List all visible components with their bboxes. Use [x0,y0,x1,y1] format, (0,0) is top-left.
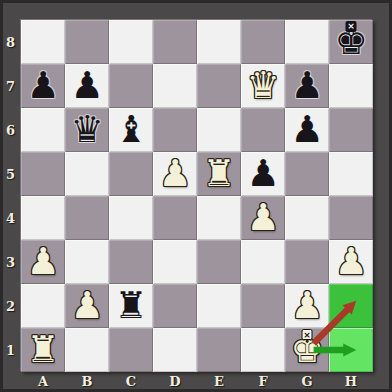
black-rook[interactable]: ♜ [109,284,153,328]
square-f2[interactable] [241,284,285,328]
square-e7[interactable] [197,64,241,108]
square-c8[interactable] [109,20,153,64]
square-c4[interactable] [109,196,153,240]
square-d5[interactable]: ♟ [153,152,197,196]
square-e4[interactable] [197,196,241,240]
square-a7[interactable]: ♟ [21,64,65,108]
square-f4[interactable]: ♟ [241,196,285,240]
square-e8[interactable] [197,20,241,64]
file-label-D: D [153,371,197,391]
square-b6[interactable]: ♛ [65,108,109,152]
square-b8[interactable] [65,20,109,64]
rank-label-2: 2 [0,284,21,328]
square-f8[interactable] [241,20,285,64]
square-d8[interactable] [153,20,197,64]
square-d6[interactable] [153,108,197,152]
square-c7[interactable] [109,64,153,108]
white-pawn[interactable]: ♟ [285,284,329,328]
black-bishop[interactable]: ♝ [109,108,153,152]
square-g5[interactable] [285,152,329,196]
square-a2[interactable] [21,284,65,328]
square-h4[interactable] [329,196,373,240]
square-c1[interactable] [109,328,153,372]
white-pawn[interactable]: ♟ [241,196,285,240]
square-g3[interactable] [285,240,329,284]
rank-label-3: 3 [0,240,21,284]
file-label-E: E [197,371,241,391]
square-h7[interactable] [329,64,373,108]
square-a5[interactable] [21,152,65,196]
square-a1[interactable]: ♜ [21,328,65,372]
white-rook[interactable]: ♜ [197,152,241,196]
chess-board: ♚×♟♟♛♟♛♝♟♟♜♟♟♟♟♟♜♟♜♚× [21,20,373,372]
square-b1[interactable] [65,328,109,372]
black-pawn[interactable]: ♟ [285,108,329,152]
square-g7[interactable]: ♟ [285,64,329,108]
white-queen[interactable]: ♛ [241,64,285,108]
square-d1[interactable] [153,328,197,372]
square-c3[interactable] [109,240,153,284]
rank-label-8: 8 [0,20,21,64]
square-e1[interactable] [197,328,241,372]
square-b5[interactable] [65,152,109,196]
rank-label-5: 5 [0,152,21,196]
white-pawn[interactable]: ♟ [65,284,109,328]
square-d7[interactable] [153,64,197,108]
square-b2[interactable]: ♟ [65,284,109,328]
square-h6[interactable] [329,108,373,152]
square-g4[interactable] [285,196,329,240]
square-g2[interactable]: ♟ [285,284,329,328]
chess-board-frame: ♚×♟♟♛♟♛♝♟♟♜♟♟♟♟♟♜♟♜♚× 87654321ABCDEFGH [0,0,392,392]
square-c5[interactable] [109,152,153,196]
square-a4[interactable] [21,196,65,240]
square-g6[interactable]: ♟ [285,108,329,152]
square-g1[interactable]: ♚× [285,328,329,372]
square-a8[interactable] [21,20,65,64]
square-a3[interactable]: ♟ [21,240,65,284]
square-f6[interactable] [241,108,285,152]
square-c2[interactable]: ♜ [109,284,153,328]
square-b7[interactable]: ♟ [65,64,109,108]
highlighted-square-h1[interactable] [329,328,373,372]
square-g8[interactable] [285,20,329,64]
square-d4[interactable] [153,196,197,240]
square-b3[interactable] [65,240,109,284]
black-pawn[interactable]: ♟ [241,152,285,196]
rank-label-7: 7 [0,64,21,108]
rank-label-6: 6 [0,108,21,152]
black-queen[interactable]: ♛ [65,108,109,152]
square-h5[interactable] [329,152,373,196]
white-pawn[interactable]: ♟ [329,240,373,284]
black-pawn[interactable]: ♟ [21,64,65,108]
white-pawn[interactable]: ♟ [153,152,197,196]
black-pawn[interactable]: ♟ [65,64,109,108]
square-b4[interactable] [65,196,109,240]
file-label-A: A [21,371,65,391]
square-f5[interactable]: ♟ [241,152,285,196]
square-e2[interactable] [197,284,241,328]
file-label-F: F [241,371,285,391]
square-h8[interactable]: ♚× [329,20,373,64]
square-d3[interactable] [153,240,197,284]
square-e3[interactable] [197,240,241,284]
white-rook[interactable]: ♜ [21,328,65,372]
black-king-x-marker: × [346,21,357,32]
white-king-x-marker: × [302,329,313,340]
square-f3[interactable] [241,240,285,284]
highlighted-square-h2[interactable] [329,284,373,328]
square-f7[interactable]: ♛ [241,64,285,108]
file-label-H: H [329,371,373,391]
file-label-C: C [109,371,153,391]
file-label-G: G [285,371,329,391]
square-e5[interactable]: ♜ [197,152,241,196]
square-f1[interactable] [241,328,285,372]
square-e6[interactable] [197,108,241,152]
black-pawn[interactable]: ♟ [285,64,329,108]
square-a6[interactable] [21,108,65,152]
rank-label-4: 4 [0,196,21,240]
square-h3[interactable]: ♟ [329,240,373,284]
rank-label-1: 1 [0,328,21,372]
square-c6[interactable]: ♝ [109,108,153,152]
white-pawn[interactable]: ♟ [21,240,65,284]
square-d2[interactable] [153,284,197,328]
file-label-B: B [65,371,109,391]
